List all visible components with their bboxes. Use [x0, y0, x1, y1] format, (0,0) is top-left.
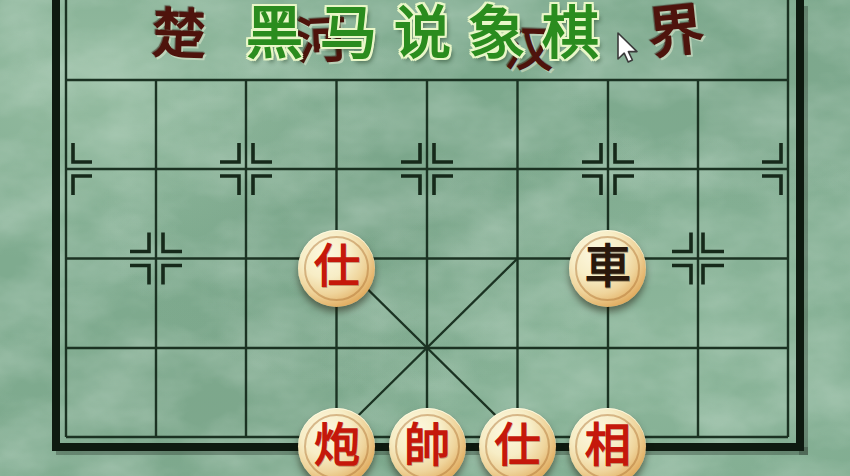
- screenshot-root: { "game": "xiangqi", "scene": "Xiangqi (…: [0, 0, 850, 476]
- piece-label: 車: [585, 244, 631, 290]
- piece-red-advisor-d7[interactable]: 仕: [298, 230, 375, 307]
- piece-red-general-e9[interactable]: 帥: [389, 408, 466, 476]
- piece-red-advisor-f9[interactable]: 仕: [479, 408, 556, 476]
- piece-label: 帥: [404, 423, 450, 469]
- piece-label: 相: [585, 423, 631, 469]
- xiangqi-board[interactable]: 仕車炮帥仕相: [21, 35, 833, 476]
- mouse-cursor: [616, 32, 640, 64]
- piece-label: 仕: [314, 244, 360, 290]
- piece-label: 炮: [314, 423, 360, 469]
- piece-black-chariot-g7[interactable]: 車: [569, 230, 646, 307]
- piece-label: 仕: [494, 423, 540, 469]
- piece-red-elephant-g9[interactable]: 相: [569, 408, 646, 476]
- piece-red-cannon-d9[interactable]: 炮: [298, 408, 375, 476]
